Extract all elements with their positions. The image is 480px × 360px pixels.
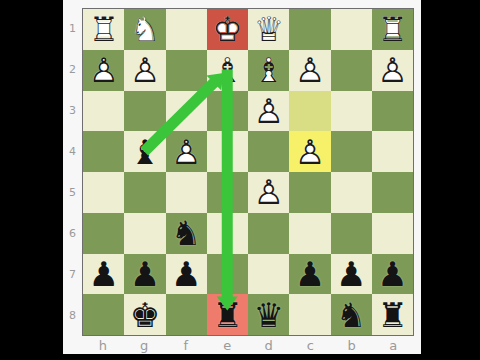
square-c3[interactable]: [289, 91, 330, 132]
piece-white-rook[interactable]: ♜♖: [83, 9, 124, 50]
black-pawn-icon: ♟: [124, 254, 165, 295]
square-d3[interactable]: ♟♙: [248, 91, 289, 132]
square-g2[interactable]: ♟♙: [124, 50, 165, 91]
square-h8[interactable]: [83, 294, 124, 335]
square-g5[interactable]: [124, 172, 165, 213]
piece-white-queen[interactable]: ♛♕: [248, 9, 289, 50]
square-d2[interactable]: ♝♗: [248, 50, 289, 91]
square-b3[interactable]: [331, 91, 372, 132]
piece-white-pawn[interactable]: ♟♙: [166, 131, 207, 172]
piece-black-knight[interactable]: ♞: [331, 294, 372, 335]
square-b2[interactable]: [331, 50, 372, 91]
square-a3[interactable]: [372, 91, 413, 132]
square-f8[interactable]: [166, 294, 207, 335]
square-c2[interactable]: ♟♙: [289, 50, 330, 91]
piece-white-king[interactable]: ♚♔: [207, 9, 248, 50]
square-b7[interactable]: ♟: [331, 254, 372, 295]
square-a2[interactable]: ♟♙: [372, 50, 413, 91]
square-c4[interactable]: ♟♙: [289, 131, 330, 172]
rank-label-5: 5: [63, 172, 82, 213]
white-pawn-icon: ♙: [372, 50, 413, 91]
square-h5[interactable]: [83, 172, 124, 213]
white-pawn-icon: ♙: [289, 131, 330, 172]
square-e6[interactable]: [207, 213, 248, 254]
square-d4[interactable]: [248, 131, 289, 172]
black-pawn-icon: ♟: [331, 254, 372, 295]
white-pawn-fill: ♟: [248, 172, 289, 213]
white-queen-fill: ♛: [248, 9, 289, 50]
rank-label-2: 2: [63, 49, 82, 90]
white-bishop-icon: ♗: [248, 50, 289, 91]
piece-white-knight[interactable]: ♞♘: [124, 9, 165, 50]
black-pawn-icon: ♟: [372, 254, 413, 295]
rank-label-3: 3: [63, 90, 82, 131]
square-e4[interactable]: [207, 131, 248, 172]
rank-label-4: 4: [63, 131, 82, 172]
square-e1[interactable]: ♚♔: [207, 9, 248, 50]
square-f2[interactable]: [166, 50, 207, 91]
white-pawn-icon: ♙: [166, 131, 207, 172]
square-g4[interactable]: ♝: [124, 131, 165, 172]
square-g3[interactable]: [124, 91, 165, 132]
piece-white-pawn[interactable]: ♟♙: [83, 50, 124, 91]
piece-white-rook[interactable]: ♜♖: [372, 9, 413, 50]
white-pawn-icon: ♙: [124, 50, 165, 91]
piece-black-king[interactable]: ♚: [124, 294, 165, 335]
letterbox-bottom: [0, 354, 480, 360]
square-b6[interactable]: [331, 213, 372, 254]
square-a5[interactable]: [372, 172, 413, 213]
square-c5[interactable]: [289, 172, 330, 213]
black-queen-icon: ♛: [248, 294, 289, 335]
square-f5[interactable]: [166, 172, 207, 213]
square-a6[interactable]: [372, 213, 413, 254]
white-pawn-fill: ♟: [83, 50, 124, 91]
piece-black-rook[interactable]: ♜: [207, 294, 248, 335]
black-rook-icon: ♜: [207, 294, 248, 335]
white-rook-fill: ♜: [372, 9, 413, 50]
white-king-icon: ♔: [207, 9, 248, 50]
square-e8[interactable]: ♜: [207, 294, 248, 335]
square-h6[interactable]: [83, 213, 124, 254]
square-f7[interactable]: ♟: [166, 254, 207, 295]
square-h4[interactable]: [83, 131, 124, 172]
square-d8[interactable]: ♛: [248, 294, 289, 335]
white-pawn-fill: ♟: [289, 50, 330, 91]
black-pawn-icon: ♟: [166, 254, 207, 295]
piece-white-pawn[interactable]: ♟♙: [289, 50, 330, 91]
piece-black-pawn[interactable]: ♟: [83, 254, 124, 295]
white-pawn-fill: ♟: [124, 50, 165, 91]
white-queen-icon: ♕: [248, 9, 289, 50]
piece-black-pawn[interactable]: ♟: [166, 254, 207, 295]
file-label-a: a: [373, 336, 415, 354]
rank-label-8: 8: [63, 295, 82, 336]
piece-black-knight[interactable]: ♞: [166, 213, 207, 254]
square-d5[interactable]: ♟♙: [248, 172, 289, 213]
file-label-b: b: [331, 336, 373, 354]
white-bishop-icon: ♗: [207, 50, 248, 91]
square-a8[interactable]: ♜: [372, 294, 413, 335]
square-e5[interactable]: [207, 172, 248, 213]
square-g8[interactable]: ♚: [124, 294, 165, 335]
piece-white-pawn[interactable]: ♟♙: [289, 131, 330, 172]
square-h2[interactable]: ♟♙: [83, 50, 124, 91]
black-knight-icon: ♞: [166, 213, 207, 254]
square-g7[interactable]: ♟: [124, 254, 165, 295]
square-d7[interactable]: [248, 254, 289, 295]
white-pawn-fill: ♟: [289, 131, 330, 172]
square-g1[interactable]: ♞♘: [124, 9, 165, 50]
rank-label-6: 6: [63, 213, 82, 254]
piece-white-pawn[interactable]: ♟♙: [248, 91, 289, 132]
file-label-f: f: [165, 336, 207, 354]
square-f4[interactable]: ♟♙: [166, 131, 207, 172]
piece-white-pawn[interactable]: ♟♙: [124, 50, 165, 91]
square-c1[interactable]: [289, 9, 330, 50]
black-knight-icon: ♞: [331, 294, 372, 335]
square-h7[interactable]: ♟: [83, 254, 124, 295]
white-pawn-icon: ♙: [248, 172, 289, 213]
piece-black-pawn[interactable]: ♟: [331, 254, 372, 295]
rank-label-1: 1: [63, 8, 82, 49]
file-label-c: c: [290, 336, 332, 354]
square-b1[interactable]: [331, 9, 372, 50]
piece-white-bishop[interactable]: ♝♗: [207, 50, 248, 91]
square-a7[interactable]: ♟: [372, 254, 413, 295]
chess-board: ♜♖♞♘♚♔♛♕♜♖♟♙♟♙♝♗♝♗♟♙♟♙♟♙♝♟♙♟♙♟♙♞♟♟♟♟♟♟♚♜…: [82, 8, 414, 336]
square-h1[interactable]: ♜♖: [83, 9, 124, 50]
file-label-h: h: [82, 336, 124, 354]
white-bishop-fill: ♝: [207, 50, 248, 91]
black-bishop-icon: ♝: [124, 131, 165, 172]
white-rook-fill: ♜: [83, 9, 124, 50]
white-knight-fill: ♞: [124, 9, 165, 50]
square-c8[interactable]: [289, 294, 330, 335]
file-label-e: e: [207, 336, 249, 354]
white-rook-icon: ♖: [83, 9, 124, 50]
pillarbox-right: [421, 0, 480, 360]
white-pawn-fill: ♟: [166, 131, 207, 172]
rank-labels: 12345678: [63, 8, 82, 336]
piece-white-pawn[interactable]: ♟♙: [372, 50, 413, 91]
square-c7[interactable]: ♟: [289, 254, 330, 295]
white-pawn-fill: ♟: [248, 91, 289, 132]
white-pawn-fill: ♟: [372, 50, 413, 91]
square-g6[interactable]: [124, 213, 165, 254]
piece-black-bishop[interactable]: ♝: [124, 131, 165, 172]
rank-label-7: 7: [63, 254, 82, 295]
black-rook-icon: ♜: [372, 294, 413, 335]
square-c6[interactable]: [289, 213, 330, 254]
file-label-g: g: [124, 336, 166, 354]
file-label-d: d: [248, 336, 290, 354]
file-labels: hgfedcba: [82, 336, 414, 354]
square-b8[interactable]: ♞: [331, 294, 372, 335]
white-knight-icon: ♘: [124, 9, 165, 50]
piece-white-pawn[interactable]: ♟♙: [248, 172, 289, 213]
black-king-icon: ♚: [124, 294, 165, 335]
square-d1[interactable]: ♛♕: [248, 9, 289, 50]
piece-black-rook[interactable]: ♜: [372, 294, 413, 335]
square-f6[interactable]: ♞: [166, 213, 207, 254]
white-rook-icon: ♖: [372, 9, 413, 50]
white-pawn-icon: ♙: [248, 91, 289, 132]
piece-black-pawn[interactable]: ♟: [289, 254, 330, 295]
black-pawn-icon: ♟: [289, 254, 330, 295]
square-f1[interactable]: [166, 9, 207, 50]
pillarbox-left: [0, 0, 63, 360]
piece-black-pawn[interactable]: ♟: [124, 254, 165, 295]
black-pawn-icon: ♟: [83, 254, 124, 295]
square-a4[interactable]: [372, 131, 413, 172]
piece-black-pawn[interactable]: ♟: [372, 254, 413, 295]
square-f3[interactable]: [166, 91, 207, 132]
square-a1[interactable]: ♜♖: [372, 9, 413, 50]
white-king-fill: ♚: [207, 9, 248, 50]
white-pawn-icon: ♙: [83, 50, 124, 91]
white-pawn-icon: ♙: [289, 50, 330, 91]
square-d6[interactable]: [248, 213, 289, 254]
square-e7[interactable]: [207, 254, 248, 295]
square-h3[interactable]: [83, 91, 124, 132]
square-e2[interactable]: ♝♗: [207, 50, 248, 91]
square-b5[interactable]: [331, 172, 372, 213]
white-bishop-fill: ♝: [248, 50, 289, 91]
square-b4[interactable]: [331, 131, 372, 172]
square-e3[interactable]: [207, 91, 248, 132]
piece-black-queen[interactable]: ♛: [248, 294, 289, 335]
piece-white-bishop[interactable]: ♝♗: [248, 50, 289, 91]
